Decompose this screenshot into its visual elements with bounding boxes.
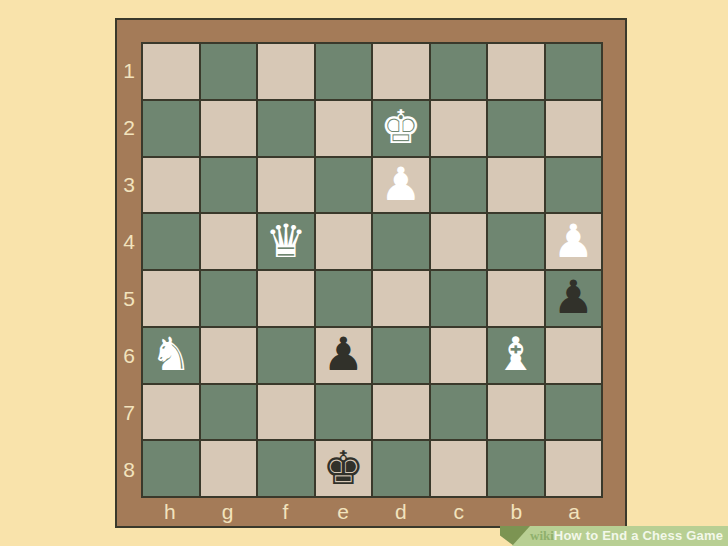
- square-f6: [258, 328, 314, 383]
- square-g8: [201, 441, 257, 496]
- square-g1: [201, 44, 257, 99]
- square-d8: [373, 441, 429, 496]
- wikihow-brand: wiki: [530, 528, 554, 543]
- square-h2: [143, 101, 199, 156]
- square-e1: [316, 44, 372, 99]
- square-a1: [546, 44, 602, 99]
- wikihow-watermark: wikiHow to End a Chess Game: [490, 526, 728, 546]
- square-d7: [373, 385, 429, 440]
- square-f5: [258, 271, 314, 326]
- square-e7: [316, 385, 372, 440]
- rank-label-7: 7: [117, 384, 141, 441]
- square-g3: [201, 158, 257, 213]
- black-pawn-e6: ♟: [323, 331, 364, 377]
- rank-label-8: 8: [117, 441, 141, 498]
- square-b8: [488, 441, 544, 496]
- file-label-e: e: [314, 498, 372, 526]
- square-g4: [201, 214, 257, 269]
- square-b2: [488, 101, 544, 156]
- square-h7: [143, 385, 199, 440]
- white-knight-h6: ♞: [150, 331, 191, 377]
- white-king-d2: ♚: [380, 104, 421, 150]
- square-c8: [431, 441, 487, 496]
- square-b4: [488, 214, 544, 269]
- square-h1: [143, 44, 199, 99]
- file-labels: hgfedcba: [141, 498, 603, 526]
- file-label-d: d: [372, 498, 430, 526]
- square-c7: [431, 385, 487, 440]
- square-g5: [201, 271, 257, 326]
- square-h3: [143, 158, 199, 213]
- file-label-h: h: [141, 498, 199, 526]
- square-c4: [431, 214, 487, 269]
- square-g7: [201, 385, 257, 440]
- wikihow-chess-diagram: 12345678 hgfedcba ♚♟♛♟♟♞♟♝♚ wikiHow to E…: [0, 0, 728, 546]
- square-e2: [316, 101, 372, 156]
- square-h8: [143, 441, 199, 496]
- file-label-a: a: [545, 498, 603, 526]
- image-title: How to End a Chess Game: [554, 528, 723, 543]
- square-c3: [431, 158, 487, 213]
- black-king-e8: ♚: [323, 445, 364, 491]
- square-f2: [258, 101, 314, 156]
- square-f8: [258, 441, 314, 496]
- square-e6: ♟: [316, 328, 372, 383]
- white-queen-f4: ♛: [265, 218, 306, 264]
- square-c1: [431, 44, 487, 99]
- square-f4: ♛: [258, 214, 314, 269]
- square-b7: [488, 385, 544, 440]
- square-h4: [143, 214, 199, 269]
- square-a6: [546, 328, 602, 383]
- square-f1: [258, 44, 314, 99]
- square-e3: [316, 158, 372, 213]
- square-b3: [488, 158, 544, 213]
- square-e4: [316, 214, 372, 269]
- watermark-text: wikiHow to End a Chess Game: [530, 526, 723, 546]
- square-a2: [546, 101, 602, 156]
- black-pawn-a5: ♟: [553, 274, 594, 320]
- board-frame: 12345678 hgfedcba ♚♟♛♟♟♞♟♝♚: [115, 18, 627, 528]
- white-pawn-d3: ♟: [380, 161, 421, 207]
- square-d5: [373, 271, 429, 326]
- square-a5: ♟: [546, 271, 602, 326]
- square-c5: [431, 271, 487, 326]
- file-label-c: c: [430, 498, 488, 526]
- square-h6: ♞: [143, 328, 199, 383]
- rank-label-4: 4: [117, 213, 141, 270]
- square-a8: [546, 441, 602, 496]
- square-a7: [546, 385, 602, 440]
- rank-labels: 12345678: [117, 42, 141, 498]
- square-d1: [373, 44, 429, 99]
- square-h5: [143, 271, 199, 326]
- square-b6: ♝: [488, 328, 544, 383]
- square-d3: ♟: [373, 158, 429, 213]
- square-d2: ♚: [373, 101, 429, 156]
- square-d6: [373, 328, 429, 383]
- square-g2: [201, 101, 257, 156]
- white-pawn-a4: ♟: [553, 218, 594, 264]
- square-d4: [373, 214, 429, 269]
- square-f3: [258, 158, 314, 213]
- square-c6: [431, 328, 487, 383]
- board-grid: ♚♟♛♟♟♞♟♝♚: [141, 42, 603, 498]
- rank-label-2: 2: [117, 99, 141, 156]
- square-c2: [431, 101, 487, 156]
- rank-label-5: 5: [117, 270, 141, 327]
- square-f7: [258, 385, 314, 440]
- file-label-f: f: [257, 498, 315, 526]
- square-e8: ♚: [316, 441, 372, 496]
- rank-label-3: 3: [117, 156, 141, 213]
- rank-label-6: 6: [117, 327, 141, 384]
- white-bishop-b6: ♝: [495, 331, 536, 377]
- square-a4: ♟: [546, 214, 602, 269]
- square-a3: [546, 158, 602, 213]
- square-b5: [488, 271, 544, 326]
- square-b1: [488, 44, 544, 99]
- square-e5: [316, 271, 372, 326]
- file-label-g: g: [199, 498, 257, 526]
- square-g6: [201, 328, 257, 383]
- file-label-b: b: [488, 498, 546, 526]
- rank-label-1: 1: [117, 42, 141, 99]
